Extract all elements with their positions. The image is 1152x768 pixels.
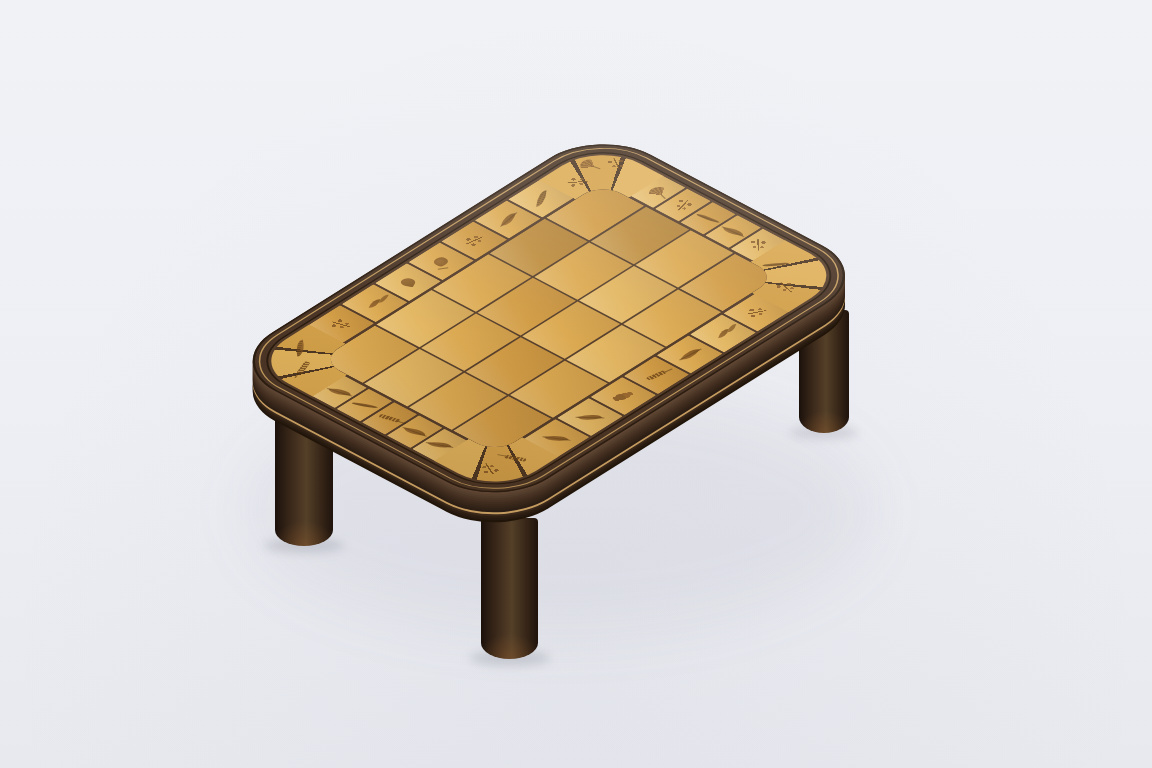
mint-sprig-icon xyxy=(773,279,800,295)
oak-leaf-icon xyxy=(611,390,635,402)
heart-leaf-icon xyxy=(399,277,417,287)
elm-leaf-icon xyxy=(721,227,746,236)
fan-leaf-icon xyxy=(576,157,600,171)
feather-leaf-icon xyxy=(294,339,306,356)
leaf-pair-icon xyxy=(369,298,381,308)
berry-sprig-icon xyxy=(748,239,768,251)
slender-pod-icon xyxy=(695,213,720,224)
flower-sprig-icon xyxy=(744,305,769,319)
twig-icon xyxy=(296,361,311,375)
sage-leaf-icon xyxy=(428,441,452,449)
oval-leaf-icon xyxy=(328,388,351,395)
berry-sprig-icon xyxy=(328,317,355,332)
flower-sprig-icon xyxy=(461,232,489,248)
thistle-sprig-icon xyxy=(477,461,503,476)
fan-leaf-icon xyxy=(646,185,671,199)
catkin-twig-icon xyxy=(645,370,667,381)
pointed-oval-leaf-icon xyxy=(680,347,700,362)
heart-pair-icon xyxy=(718,328,729,338)
catkin-twig-icon xyxy=(378,414,401,423)
spiky-sprig-icon xyxy=(567,175,589,188)
scene xyxy=(0,0,1152,768)
catkin-icon xyxy=(503,455,527,462)
slender-leaf-icon xyxy=(351,402,378,409)
dandelion-sprig-icon xyxy=(670,197,697,212)
elm-leaf-icon xyxy=(501,213,516,227)
aspen-leaf-icon xyxy=(544,433,569,442)
table-leg-south xyxy=(481,518,538,659)
aspen-leaf-icon xyxy=(403,428,427,436)
dandelion-sprig-icon xyxy=(604,157,629,171)
birch-leaf-icon xyxy=(577,412,602,423)
feather-leaf-icon xyxy=(536,190,547,207)
willow-leaf-icon xyxy=(762,262,790,267)
round-leaf-icon xyxy=(431,256,451,267)
